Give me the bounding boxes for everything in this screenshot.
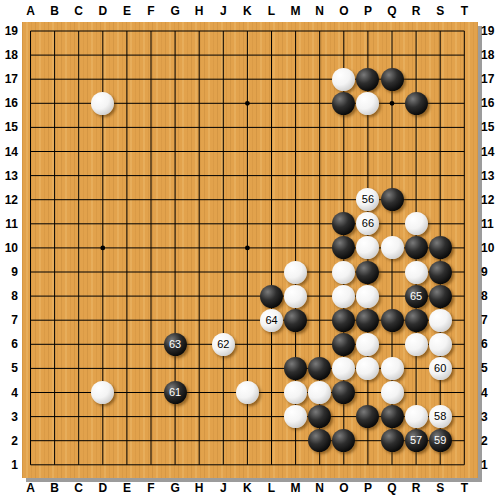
row-label-right: 2 [481, 434, 499, 448]
row-label-right: 12 [481, 193, 499, 207]
row-label-left: 1 [0, 458, 18, 472]
white-stone-M9[interactable] [284, 261, 307, 284]
black-stone-Q7[interactable] [381, 309, 404, 332]
col-label-top: E [119, 4, 135, 18]
col-label-bottom: L [264, 481, 280, 495]
row-label-right: 9 [481, 265, 499, 279]
black-stone-S9[interactable] [429, 261, 452, 284]
col-label-top: F [143, 4, 159, 18]
row-label-left: 7 [0, 313, 18, 327]
row-label-left: 19 [0, 24, 18, 38]
col-label-bottom: S [432, 481, 448, 495]
move-number: 63 [169, 339, 181, 350]
white-stone-K4[interactable] [236, 381, 259, 404]
col-label-bottom: A [23, 481, 39, 495]
row-label-right: 15 [481, 120, 499, 134]
row-label-left: 2 [0, 434, 18, 448]
black-stone-O16[interactable] [332, 92, 355, 115]
white-stone-O8[interactable] [332, 285, 355, 308]
white-stone-R9[interactable] [405, 261, 428, 284]
white-stone-D16[interactable] [91, 92, 114, 115]
col-label-top: G [167, 4, 183, 18]
col-label-bottom: H [191, 481, 207, 495]
row-label-right: 1 [481, 458, 499, 472]
row-label-right: 8 [481, 289, 499, 303]
col-label-bottom: P [360, 481, 376, 495]
row-label-right: 11 [481, 217, 499, 231]
col-label-top: J [215, 4, 231, 18]
white-stone-J6[interactable]: 62 [212, 333, 235, 356]
row-label-left: 18 [0, 48, 18, 62]
white-stone-R11[interactable] [405, 212, 428, 235]
move-number: 61 [169, 387, 181, 398]
move-number: 64 [265, 315, 277, 326]
black-stone-S8[interactable] [429, 285, 452, 308]
col-label-bottom: F [143, 481, 159, 495]
row-label-left: 5 [0, 361, 18, 375]
move-number: 60 [434, 363, 446, 374]
move-number: 65 [410, 291, 422, 302]
move-number: 57 [410, 435, 422, 446]
white-stone-Q10[interactable] [381, 236, 404, 259]
col-label-top: C [71, 4, 87, 18]
col-label-bottom: C [71, 481, 87, 495]
move-number: 62 [217, 339, 229, 350]
black-stone-Q2[interactable] [381, 429, 404, 452]
col-label-bottom: O [336, 481, 352, 495]
white-stone-P8[interactable] [356, 285, 379, 308]
white-stone-S7[interactable] [429, 309, 452, 332]
row-label-right: 17 [481, 72, 499, 86]
col-label-top: R [408, 4, 424, 18]
col-label-top: S [432, 4, 448, 18]
black-stone-Q12[interactable] [381, 188, 404, 211]
black-stone-G6[interactable]: 63 [164, 333, 187, 356]
white-stone-L7[interactable]: 64 [260, 309, 283, 332]
col-label-top: D [95, 4, 111, 18]
col-label-top: M [288, 4, 304, 18]
black-stone-L8[interactable] [260, 285, 283, 308]
row-label-left: 8 [0, 289, 18, 303]
col-label-top: A [23, 4, 39, 18]
row-label-right: 7 [481, 313, 499, 327]
row-label-right: 4 [481, 386, 499, 400]
white-stone-O17[interactable] [332, 68, 355, 91]
black-stone-S10[interactable] [429, 236, 452, 259]
black-stone-R8[interactable]: 65 [405, 285, 428, 308]
go-board-diagram: AABBCCDDEEFFGGHHJJKKLLMMNNOOPPQQRRSSTT19… [0, 0, 500, 500]
row-label-left: 4 [0, 386, 18, 400]
row-label-left: 14 [0, 145, 18, 159]
row-label-left: 9 [0, 265, 18, 279]
col-label-top: N [312, 4, 328, 18]
row-label-left: 17 [0, 72, 18, 86]
row-label-left: 6 [0, 337, 18, 351]
black-stone-R7[interactable] [405, 309, 428, 332]
row-label-left: 3 [0, 410, 18, 424]
col-label-bottom: N [312, 481, 328, 495]
col-label-top: T [456, 4, 472, 18]
row-label-left: 15 [0, 120, 18, 134]
black-stone-Q3[interactable] [381, 405, 404, 428]
white-stone-S3[interactable]: 58 [429, 405, 452, 428]
black-stone-R16[interactable] [405, 92, 428, 115]
black-stone-O7[interactable] [332, 309, 355, 332]
black-stone-P9[interactable] [356, 261, 379, 284]
col-label-top: P [360, 4, 376, 18]
row-label-left: 12 [0, 193, 18, 207]
row-label-right: 13 [481, 169, 499, 183]
col-label-top: K [239, 4, 255, 18]
col-label-top: O [336, 4, 352, 18]
white-stone-Q5[interactable] [381, 357, 404, 380]
row-label-right: 19 [481, 24, 499, 38]
col-label-bottom: G [167, 481, 183, 495]
col-label-bottom: E [119, 481, 135, 495]
row-label-right: 3 [481, 410, 499, 424]
white-stone-S5[interactable]: 60 [429, 357, 452, 380]
move-number: 59 [434, 435, 446, 446]
col-label-bottom: R [408, 481, 424, 495]
white-stone-R6[interactable] [405, 333, 428, 356]
row-label-left: 16 [0, 96, 18, 110]
black-stone-O6[interactable] [332, 333, 355, 356]
col-label-bottom: M [288, 481, 304, 495]
col-label-bottom: Q [384, 481, 400, 495]
black-stone-M7[interactable] [284, 309, 307, 332]
col-label-bottom: T [456, 481, 472, 495]
col-label-top: H [191, 4, 207, 18]
white-stone-R3[interactable] [405, 405, 428, 428]
row-label-left: 13 [0, 169, 18, 183]
black-stone-N5[interactable] [308, 357, 331, 380]
white-stone-Q4[interactable] [381, 381, 404, 404]
row-label-right: 6 [481, 337, 499, 351]
move-number: 66 [362, 218, 374, 229]
black-stone-R10[interactable] [405, 236, 428, 259]
row-label-right: 5 [481, 361, 499, 375]
col-label-bottom: J [215, 481, 231, 495]
col-label-bottom: K [239, 481, 255, 495]
col-label-top: B [47, 4, 63, 18]
black-stone-Q17[interactable] [381, 68, 404, 91]
row-label-left: 10 [0, 241, 18, 255]
black-stone-R2[interactable]: 57 [405, 429, 428, 452]
black-stone-P17[interactable] [356, 68, 379, 91]
move-number: 56 [362, 194, 374, 205]
move-number: 58 [434, 411, 446, 422]
row-label-left: 11 [0, 217, 18, 231]
col-label-top: Q [384, 4, 400, 18]
black-stone-P7[interactable] [356, 309, 379, 332]
col-label-top: L [264, 4, 280, 18]
white-stone-M4[interactable] [284, 381, 307, 404]
row-label-right: 14 [481, 145, 499, 159]
row-label-right: 16 [481, 96, 499, 110]
black-stone-G4[interactable]: 61 [164, 381, 187, 404]
row-label-right: 10 [481, 241, 499, 255]
white-stone-M8[interactable] [284, 285, 307, 308]
col-label-bottom: D [95, 481, 111, 495]
white-stone-S6[interactable] [429, 333, 452, 356]
black-stone-S2[interactable]: 59 [429, 429, 452, 452]
white-stone-O9[interactable] [332, 261, 355, 284]
row-label-right: 18 [481, 48, 499, 62]
black-stone-M5[interactable] [284, 357, 307, 380]
col-label-bottom: B [47, 481, 63, 495]
